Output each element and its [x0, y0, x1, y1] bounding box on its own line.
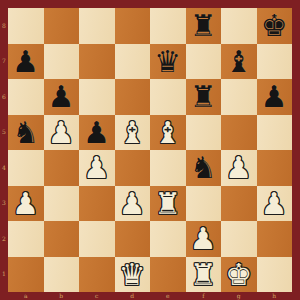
file-label-h: h: [257, 292, 293, 300]
rank-label-8: 8: [0, 8, 8, 44]
square-c5[interactable]: ♟: [79, 115, 115, 151]
square-h3[interactable]: ♟: [257, 186, 293, 222]
square-g4[interactable]: ♟: [221, 150, 257, 186]
square-h8[interactable]: ♚: [257, 8, 293, 44]
file-labels: abcdefgh: [8, 292, 292, 300]
rank-label-3: 3: [0, 186, 8, 222]
square-f1[interactable]: ♜: [186, 257, 222, 293]
rank-label-2: 2: [0, 221, 8, 257]
file-label-a: a: [8, 292, 44, 300]
white-bishop-e5: ♝: [154, 115, 181, 150]
square-c1[interactable]: [79, 257, 115, 293]
square-e7[interactable]: ♛: [150, 44, 186, 80]
square-e1[interactable]: [150, 257, 186, 293]
square-c4[interactable]: ♟: [79, 150, 115, 186]
black-queen-e7: ♛: [154, 44, 181, 79]
square-h2[interactable]: [257, 221, 293, 257]
square-h4[interactable]: [257, 150, 293, 186]
file-label-f: f: [186, 292, 222, 300]
square-e3[interactable]: ♜: [150, 186, 186, 222]
square-f2[interactable]: ♟: [186, 221, 222, 257]
square-g6[interactable]: [221, 79, 257, 115]
square-g1[interactable]: ♚: [221, 257, 257, 293]
square-c2[interactable]: [79, 221, 115, 257]
file-label-e: e: [150, 292, 186, 300]
square-h7[interactable]: [257, 44, 293, 80]
square-d7[interactable]: [115, 44, 151, 80]
square-h1[interactable]: [257, 257, 293, 293]
square-e4[interactable]: [150, 150, 186, 186]
square-c7[interactable]: [79, 44, 115, 80]
white-pawn-f2: ♟: [190, 221, 217, 256]
square-f4[interactable]: ♞: [186, 150, 222, 186]
square-e6[interactable]: [150, 79, 186, 115]
square-g2[interactable]: [221, 221, 257, 257]
chess-board-frame: 87654321 ♜♚♟♛♝♟♜♟♞♟♟♝♝♟♞♟♟♟♜♟♟♛♜♚ abcdef…: [0, 0, 300, 300]
rank-label-5: 5: [0, 115, 8, 151]
square-h5[interactable]: [257, 115, 293, 151]
black-rook-f6: ♜: [190, 79, 217, 114]
black-pawn-h6: ♟: [261, 79, 288, 114]
white-king-g1: ♚: [225, 257, 252, 292]
file-label-g: g: [221, 292, 257, 300]
square-c3[interactable]: [79, 186, 115, 222]
square-b2[interactable]: [44, 221, 80, 257]
square-c6[interactable]: [79, 79, 115, 115]
square-a2[interactable]: [8, 221, 44, 257]
black-pawn-b6: ♟: [48, 79, 75, 114]
square-b8[interactable]: [44, 8, 80, 44]
black-pawn-c5: ♟: [83, 115, 110, 150]
square-b1[interactable]: [44, 257, 80, 293]
white-pawn-a3: ♟: [12, 186, 39, 221]
rank-label-1: 1: [0, 257, 8, 293]
square-b3[interactable]: [44, 186, 80, 222]
square-f7[interactable]: [186, 44, 222, 80]
square-a3[interactable]: ♟: [8, 186, 44, 222]
square-f6[interactable]: ♜: [186, 79, 222, 115]
black-knight-a5: ♞: [12, 115, 39, 150]
square-e8[interactable]: [150, 8, 186, 44]
file-label-b: b: [44, 292, 80, 300]
white-pawn-g4: ♟: [225, 150, 252, 185]
black-rook-f8: ♜: [190, 8, 217, 43]
rank-label-6: 6: [0, 79, 8, 115]
square-d1[interactable]: ♛: [115, 257, 151, 293]
square-g7[interactable]: ♝: [221, 44, 257, 80]
black-knight-f4: ♞: [190, 150, 217, 185]
square-g3[interactable]: [221, 186, 257, 222]
black-pawn-a7: ♟: [12, 44, 39, 79]
square-a8[interactable]: [8, 8, 44, 44]
square-b7[interactable]: [44, 44, 80, 80]
square-e5[interactable]: ♝: [150, 115, 186, 151]
white-pawn-b5: ♟: [48, 115, 75, 150]
white-rook-f1: ♜: [190, 257, 217, 292]
white-pawn-h3: ♟: [261, 186, 288, 221]
rank-labels: 87654321: [0, 8, 8, 292]
square-d8[interactable]: [115, 8, 151, 44]
square-d3[interactable]: ♟: [115, 186, 151, 222]
square-a6[interactable]: [8, 79, 44, 115]
white-pawn-d3: ♟: [119, 186, 146, 221]
black-king-h8: ♚: [261, 8, 288, 43]
square-a4[interactable]: [8, 150, 44, 186]
square-f5[interactable]: [186, 115, 222, 151]
square-a1[interactable]: [8, 257, 44, 293]
square-e2[interactable]: [150, 221, 186, 257]
rank-label-7: 7: [0, 44, 8, 80]
square-d2[interactable]: [115, 221, 151, 257]
rank-label-4: 4: [0, 150, 8, 186]
white-rook-e3: ♜: [154, 186, 181, 221]
white-bishop-d5: ♝: [119, 115, 146, 150]
square-d5[interactable]: ♝: [115, 115, 151, 151]
square-d6[interactable]: [115, 79, 151, 115]
square-b6[interactable]: ♟: [44, 79, 80, 115]
square-a7[interactable]: ♟: [8, 44, 44, 80]
square-g8[interactable]: [221, 8, 257, 44]
square-f8[interactable]: ♜: [186, 8, 222, 44]
square-d4[interactable]: [115, 150, 151, 186]
black-bishop-g7: ♝: [225, 44, 252, 79]
square-f3[interactable]: [186, 186, 222, 222]
white-queen-d1: ♛: [119, 257, 146, 292]
square-b5[interactable]: ♟: [44, 115, 80, 151]
square-g5[interactable]: [221, 115, 257, 151]
square-c8[interactable]: [79, 8, 115, 44]
square-h6[interactable]: ♟: [257, 79, 293, 115]
chess-board: ♜♚♟♛♝♟♜♟♞♟♟♝♝♟♞♟♟♟♜♟♟♛♜♚: [8, 8, 292, 292]
white-pawn-c4: ♟: [83, 150, 110, 185]
file-label-d: d: [115, 292, 151, 300]
square-b4[interactable]: [44, 150, 80, 186]
file-label-c: c: [79, 292, 115, 300]
square-a5[interactable]: ♞: [8, 115, 44, 151]
